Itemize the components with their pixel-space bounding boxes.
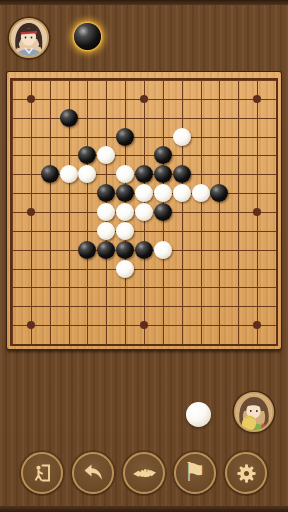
top-edge (0, 0, 288, 5)
exit-door-icon (30, 461, 54, 485)
game-screen: ⚑ (0, 0, 288, 512)
black-stone (154, 165, 172, 183)
undo-arrow-icon (81, 461, 105, 485)
gomoku-board (7, 72, 281, 349)
female-avatar-illustration (236, 394, 272, 430)
handshake-draw-icon (132, 461, 157, 486)
flag-resign-icon: ⚑ (183, 459, 206, 485)
white-stone (97, 203, 115, 221)
white-turn-stone (186, 402, 211, 427)
star-point (253, 321, 261, 329)
star-point (27, 208, 35, 216)
black-stone (78, 146, 96, 164)
black-stone (154, 203, 172, 221)
star-point (253, 208, 261, 216)
star-point (27, 95, 35, 103)
black-stone (135, 241, 153, 259)
male-avatar-illustration (11, 20, 47, 56)
white-stone (154, 184, 172, 202)
black-stone (135, 165, 153, 183)
white-stone (116, 165, 134, 183)
star-point (140, 95, 148, 103)
white-stone (154, 241, 172, 259)
star-point (140, 321, 148, 329)
black-player-avatar (9, 18, 49, 58)
settings-gear-icon (234, 461, 259, 486)
black-stone (41, 165, 59, 183)
draw-offer-button[interactable] (123, 452, 165, 494)
black-stone (60, 109, 78, 127)
white-stone (60, 165, 78, 183)
black-stone (78, 241, 96, 259)
white-stone (116, 222, 134, 240)
white-stone (173, 184, 191, 202)
settings-button[interactable] (225, 452, 267, 494)
star-point (253, 95, 261, 103)
black-stone (173, 165, 191, 183)
white-stone (192, 184, 210, 202)
star-point (27, 321, 35, 329)
white-stone (116, 203, 134, 221)
exit-button[interactable] (21, 452, 63, 494)
undo-button[interactable] (72, 452, 114, 494)
white-stone (78, 165, 96, 183)
black-stone (154, 146, 172, 164)
black-stone (116, 241, 134, 259)
toolbar: ⚑ (0, 452, 288, 496)
board-grid[interactable] (10, 78, 278, 346)
white-player-avatar (234, 392, 274, 432)
black-stone (116, 184, 134, 202)
black-stone (210, 184, 228, 202)
black-stone (116, 128, 134, 146)
white-stone (97, 222, 115, 240)
white-stone (135, 203, 153, 221)
resign-button[interactable]: ⚑ (174, 452, 216, 494)
black-stone (97, 241, 115, 259)
white-stone (116, 260, 134, 278)
black-stone (97, 184, 115, 202)
bottom-edge (0, 506, 288, 512)
white-stone (97, 146, 115, 164)
white-stone (135, 184, 153, 202)
white-stone (173, 128, 191, 146)
black-turn-stone (74, 23, 101, 50)
